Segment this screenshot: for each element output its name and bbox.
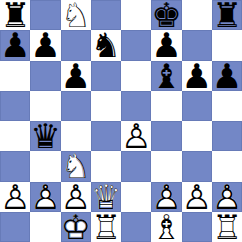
square-b1[interactable] — [30, 212, 60, 242]
piece-wn-outline: ♘ — [61, 151, 91, 181]
square-g7[interactable] — [182, 30, 212, 60]
piece-wp-outline: ♙ — [151, 182, 181, 212]
chess-board-container: ♜♞♘♚♜♟♟♞♟♟♝♟♟♛♟♙♞♘♟♙♟♙♟♙♛♕♟♙♟♙♟♙♚♔♜♖♝♗♜♖ — [0, 0, 242, 242]
piece-wp-outline: ♙ — [61, 182, 91, 212]
piece-wp: ♟ — [151, 182, 181, 212]
piece-wp-outline: ♙ — [121, 121, 151, 151]
square-e5[interactable] — [121, 91, 151, 121]
square-b7[interactable]: ♟ — [30, 30, 60, 60]
piece-wp: ♟ — [121, 121, 151, 151]
square-g5[interactable] — [182, 91, 212, 121]
piece-wn: ♞ — [61, 151, 91, 181]
square-b5[interactable] — [30, 91, 60, 121]
piece-br: ♜ — [212, 0, 242, 30]
square-a7[interactable]: ♟ — [0, 30, 30, 60]
piece-wq: ♛ — [91, 182, 121, 212]
piece-wp: ♟ — [30, 182, 60, 212]
square-d3[interactable] — [91, 151, 121, 181]
piece-wp-outline: ♙ — [212, 182, 242, 212]
square-g8[interactable] — [182, 0, 212, 30]
square-f8[interactable]: ♚ — [151, 0, 181, 30]
square-c7[interactable] — [61, 30, 91, 60]
square-c5[interactable] — [61, 91, 91, 121]
piece-wp-outline: ♙ — [182, 182, 212, 212]
piece-bp: ♟ — [182, 61, 212, 91]
square-e4[interactable]: ♟♙ — [121, 121, 151, 151]
square-g4[interactable] — [182, 121, 212, 151]
square-f3[interactable] — [151, 151, 181, 181]
square-f5[interactable] — [151, 91, 181, 121]
piece-wp-outline: ♙ — [30, 182, 60, 212]
piece-bp: ♟ — [30, 30, 60, 60]
piece-wr-outline: ♖ — [212, 212, 242, 242]
square-d8[interactable] — [91, 0, 121, 30]
square-h1[interactable]: ♜♖ — [212, 212, 242, 242]
square-b6[interactable] — [30, 61, 60, 91]
square-f2[interactable]: ♟♙ — [151, 182, 181, 212]
square-b4[interactable]: ♛ — [30, 121, 60, 151]
square-c2[interactable]: ♟♙ — [61, 182, 91, 212]
square-g6[interactable]: ♟ — [182, 61, 212, 91]
chess-board: ♜♞♘♚♜♟♟♞♟♟♝♟♟♛♟♙♞♘♟♙♟♙♟♙♛♕♟♙♟♙♟♙♚♔♜♖♝♗♜♖ — [0, 0, 242, 242]
square-d2[interactable]: ♛♕ — [91, 182, 121, 212]
square-h3[interactable] — [212, 151, 242, 181]
square-g1[interactable] — [182, 212, 212, 242]
square-b8[interactable] — [30, 0, 60, 30]
square-c3[interactable]: ♞♘ — [61, 151, 91, 181]
square-e8[interactable] — [121, 0, 151, 30]
square-d6[interactable] — [91, 61, 121, 91]
piece-wp: ♟ — [182, 182, 212, 212]
square-c6[interactable]: ♟ — [61, 61, 91, 91]
square-e1[interactable] — [121, 212, 151, 242]
piece-wr: ♜ — [91, 212, 121, 242]
square-h2[interactable]: ♟♙ — [212, 182, 242, 212]
square-d4[interactable] — [91, 121, 121, 151]
square-g3[interactable] — [182, 151, 212, 181]
square-h8[interactable]: ♜ — [212, 0, 242, 30]
square-a4[interactable] — [0, 121, 30, 151]
square-e3[interactable] — [121, 151, 151, 181]
piece-bp: ♟ — [61, 61, 91, 91]
piece-wb-outline: ♗ — [151, 212, 181, 242]
piece-wq-outline: ♕ — [91, 182, 121, 212]
square-h6[interactable]: ♟ — [212, 61, 242, 91]
square-d1[interactable]: ♜♖ — [91, 212, 121, 242]
piece-bq: ♛ — [30, 121, 60, 151]
piece-wp: ♟ — [212, 182, 242, 212]
piece-wn-outline: ♘ — [61, 0, 91, 30]
piece-wn: ♞ — [61, 0, 91, 30]
piece-wr-outline: ♖ — [91, 212, 121, 242]
square-e7[interactable] — [121, 30, 151, 60]
square-f1[interactable]: ♝♗ — [151, 212, 181, 242]
square-a5[interactable] — [0, 91, 30, 121]
square-f6[interactable]: ♝ — [151, 61, 181, 91]
piece-bn: ♞ — [91, 30, 121, 60]
square-a1[interactable] — [0, 212, 30, 242]
square-b2[interactable]: ♟♙ — [30, 182, 60, 212]
piece-wk-outline: ♔ — [61, 212, 91, 242]
square-a3[interactable] — [0, 151, 30, 181]
piece-bp: ♟ — [212, 61, 242, 91]
piece-wp: ♟ — [0, 182, 30, 212]
square-c1[interactable]: ♚♔ — [61, 212, 91, 242]
piece-wb: ♝ — [151, 212, 181, 242]
square-e2[interactable] — [121, 182, 151, 212]
square-a8[interactable]: ♜ — [0, 0, 30, 30]
square-b3[interactable] — [30, 151, 60, 181]
piece-br: ♜ — [0, 0, 30, 30]
piece-bb: ♝ — [151, 61, 181, 91]
piece-bp: ♟ — [0, 30, 30, 60]
piece-wp: ♟ — [61, 182, 91, 212]
piece-wp-outline: ♙ — [0, 182, 30, 212]
square-f7[interactable]: ♟ — [151, 30, 181, 60]
square-a6[interactable] — [0, 61, 30, 91]
piece-wk: ♚ — [61, 212, 91, 242]
square-h4[interactable] — [212, 121, 242, 151]
square-c4[interactable] — [61, 121, 91, 151]
square-c8[interactable]: ♞♘ — [61, 0, 91, 30]
square-f4[interactable] — [151, 121, 181, 151]
square-h5[interactable] — [212, 91, 242, 121]
piece-wr: ♜ — [212, 212, 242, 242]
square-g2[interactable]: ♟♙ — [182, 182, 212, 212]
square-d5[interactable] — [91, 91, 121, 121]
square-e6[interactable] — [121, 61, 151, 91]
piece-bp: ♟ — [151, 30, 181, 60]
square-d7[interactable]: ♞ — [91, 30, 121, 60]
piece-bk: ♚ — [151, 0, 181, 30]
square-h7[interactable] — [212, 30, 242, 60]
square-a2[interactable]: ♟♙ — [0, 182, 30, 212]
